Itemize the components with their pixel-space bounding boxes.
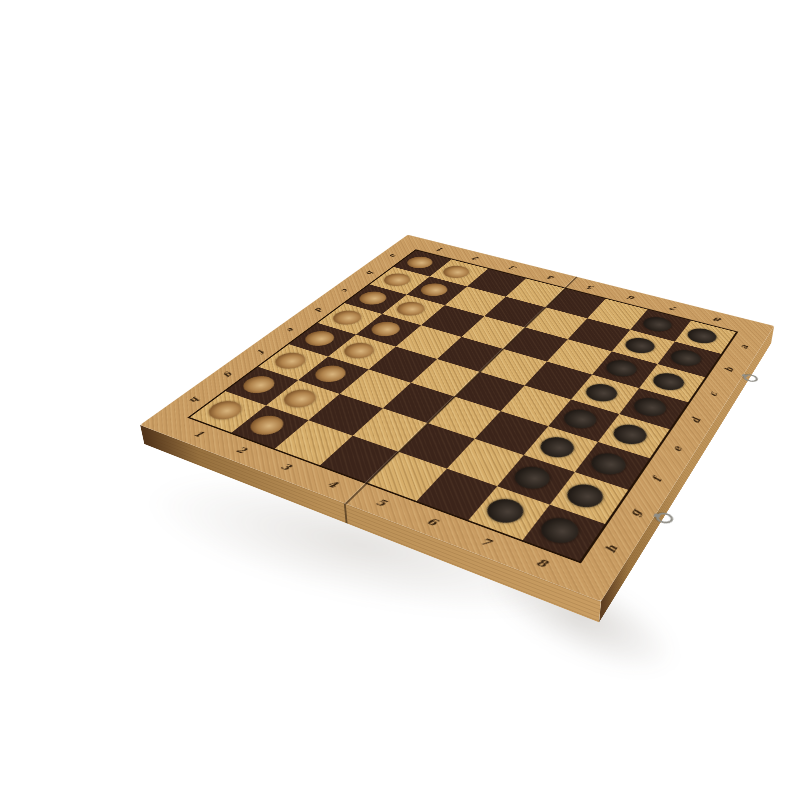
white-pawn-glyph: ♟ xyxy=(252,384,282,425)
white-rook-glyph: ♜ xyxy=(206,357,245,410)
white-pawn-glyph: ♟ xyxy=(316,336,344,374)
product-photo: 1122334455667788aabbccddeeffgghh ♜♞♝♛♚♝♞… xyxy=(0,0,800,800)
chess-board: 1122334455667788aabbccddeeffgghh ♜♞♝♛♚♝♞… xyxy=(140,235,774,602)
white-pawn-glyph: ♟ xyxy=(285,359,314,398)
black-pawn-glyph: ♟ xyxy=(488,465,522,511)
black-rook-glyph: ♜ xyxy=(537,469,582,531)
scene: 1122334455667788aabbccddeeffgghh ♜♞♝♛♚♝♞… xyxy=(248,140,712,604)
